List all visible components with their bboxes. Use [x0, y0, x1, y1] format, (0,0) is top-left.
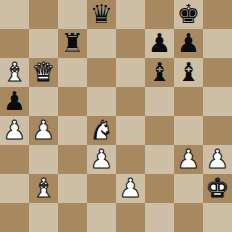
- square-h2[interactable]: ♚: [203, 174, 232, 203]
- square-h5[interactable]: [203, 87, 232, 116]
- piece-black-king: ♚: [177, 0, 200, 29]
- square-a7[interactable]: [0, 29, 29, 58]
- square-d8[interactable]: ♛: [87, 0, 116, 29]
- square-b4[interactable]: ♟: [29, 116, 58, 145]
- square-e6[interactable]: [116, 58, 145, 87]
- piece-white-king: ♚: [206, 174, 229, 203]
- piece-black-bishop: ♝: [148, 58, 171, 87]
- square-a5[interactable]: ♟: [0, 87, 29, 116]
- square-a4[interactable]: ♟: [0, 116, 29, 145]
- square-g6[interactable]: ♝: [174, 58, 203, 87]
- square-e8[interactable]: [116, 0, 145, 29]
- piece-white-pawn: ♟: [119, 174, 142, 203]
- piece-white-bishop: ♝: [3, 58, 26, 87]
- square-d1[interactable]: [87, 203, 116, 232]
- square-c6[interactable]: [58, 58, 87, 87]
- square-e3[interactable]: [116, 145, 145, 174]
- square-f3[interactable]: [145, 145, 174, 174]
- square-c5[interactable]: [58, 87, 87, 116]
- square-f7[interactable]: ♟: [145, 29, 174, 58]
- square-a6[interactable]: ♝: [0, 58, 29, 87]
- piece-black-queen: ♛: [90, 0, 113, 29]
- square-g2[interactable]: [174, 174, 203, 203]
- piece-white-knight: ♞: [90, 116, 113, 145]
- square-d7[interactable]: [87, 29, 116, 58]
- square-f1[interactable]: [145, 203, 174, 232]
- square-a8[interactable]: [0, 0, 29, 29]
- square-f8[interactable]: [145, 0, 174, 29]
- square-e5[interactable]: [116, 87, 145, 116]
- square-f4[interactable]: [145, 116, 174, 145]
- piece-white-pawn: ♟: [32, 116, 55, 145]
- square-e7[interactable]: [116, 29, 145, 58]
- square-c8[interactable]: [58, 0, 87, 29]
- square-a1[interactable]: [0, 203, 29, 232]
- square-a3[interactable]: [0, 145, 29, 174]
- square-b1[interactable]: [29, 203, 58, 232]
- square-c3[interactable]: [58, 145, 87, 174]
- square-h8[interactable]: [203, 0, 232, 29]
- square-e2[interactable]: ♟: [116, 174, 145, 203]
- square-g1[interactable]: [174, 203, 203, 232]
- square-h7[interactable]: [203, 29, 232, 58]
- square-f2[interactable]: [145, 174, 174, 203]
- piece-white-pawn: ♟: [90, 145, 113, 174]
- piece-white-pawn: ♟: [177, 145, 200, 174]
- square-g3[interactable]: ♟: [174, 145, 203, 174]
- square-b5[interactable]: [29, 87, 58, 116]
- square-d3[interactable]: ♟: [87, 145, 116, 174]
- chess-board: ♛♚♜♟♟♝♛♝♝♟♟♟♞♟♟♟♝♟♚: [0, 0, 232, 232]
- square-c4[interactable]: [58, 116, 87, 145]
- square-d5[interactable]: [87, 87, 116, 116]
- square-f6[interactable]: ♝: [145, 58, 174, 87]
- piece-white-bishop: ♝: [32, 174, 55, 203]
- square-b3[interactable]: [29, 145, 58, 174]
- square-g8[interactable]: ♚: [174, 0, 203, 29]
- square-c7[interactable]: ♜: [58, 29, 87, 58]
- piece-black-pawn: ♟: [148, 29, 171, 58]
- square-e1[interactable]: [116, 203, 145, 232]
- square-d4[interactable]: ♞: [87, 116, 116, 145]
- piece-black-bishop: ♝: [177, 58, 200, 87]
- square-b8[interactable]: [29, 0, 58, 29]
- square-d2[interactable]: [87, 174, 116, 203]
- square-h3[interactable]: ♟: [203, 145, 232, 174]
- square-g7[interactable]: ♟: [174, 29, 203, 58]
- square-b2[interactable]: ♝: [29, 174, 58, 203]
- piece-white-queen: ♛: [32, 58, 55, 87]
- square-f5[interactable]: [145, 87, 174, 116]
- piece-black-pawn: ♟: [3, 87, 26, 116]
- square-e4[interactable]: [116, 116, 145, 145]
- piece-white-pawn: ♟: [3, 116, 26, 145]
- square-h1[interactable]: [203, 203, 232, 232]
- square-b6[interactable]: ♛: [29, 58, 58, 87]
- square-h4[interactable]: [203, 116, 232, 145]
- square-g4[interactable]: [174, 116, 203, 145]
- square-h6[interactable]: [203, 58, 232, 87]
- square-b7[interactable]: [29, 29, 58, 58]
- piece-black-pawn: ♟: [177, 29, 200, 58]
- square-c1[interactable]: [58, 203, 87, 232]
- square-a2[interactable]: [0, 174, 29, 203]
- piece-black-rook: ♜: [61, 29, 84, 58]
- piece-white-pawn: ♟: [206, 145, 229, 174]
- square-c2[interactable]: [58, 174, 87, 203]
- square-g5[interactable]: [174, 87, 203, 116]
- square-d6[interactable]: [87, 58, 116, 87]
